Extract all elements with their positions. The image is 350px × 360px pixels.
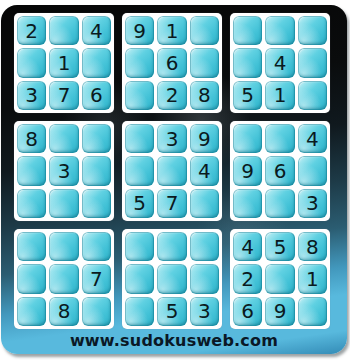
cell-r2c1[interactable]: [17, 48, 46, 77]
cell-r6c6[interactable]: [190, 189, 219, 218]
cell-r5c3[interactable]: [82, 156, 111, 185]
cell-r7c5[interactable]: [157, 232, 186, 261]
block-4: 83: [14, 121, 114, 221]
cell-r9c6[interactable]: 3: [190, 297, 219, 326]
cell-r3c5[interactable]: 2: [157, 81, 186, 110]
block-5: 39457: [122, 121, 222, 221]
cell-r1c9[interactable]: [298, 16, 327, 45]
block-7: 78: [14, 229, 114, 329]
cell-r4c9[interactable]: 4: [298, 124, 327, 153]
cell-r3c4[interactable]: [125, 81, 154, 110]
cell-r7c9[interactable]: 8: [298, 232, 327, 261]
block-6: 4963: [230, 121, 330, 221]
cell-r5c6[interactable]: 4: [190, 156, 219, 185]
cell-r5c7[interactable]: 9: [233, 156, 262, 185]
cell-r4c8[interactable]: [265, 124, 294, 153]
block-2: 91628: [122, 13, 222, 113]
sudoku-grid: 241376916284518339457496378534582169: [14, 13, 330, 329]
cell-r8c5[interactable]: [157, 264, 186, 293]
cell-r7c6[interactable]: [190, 232, 219, 261]
cell-r8c2[interactable]: [49, 264, 78, 293]
cell-r9c7[interactable]: 6: [233, 297, 262, 326]
cell-r5c9[interactable]: [298, 156, 327, 185]
cell-r7c8[interactable]: 5: [265, 232, 294, 261]
cell-r3c2[interactable]: 7: [49, 81, 78, 110]
cell-r4c2[interactable]: [49, 124, 78, 153]
cell-r8c7[interactable]: 2: [233, 264, 262, 293]
cell-r6c9[interactable]: 3: [298, 189, 327, 218]
cell-r1c2[interactable]: [49, 16, 78, 45]
cell-r1c6[interactable]: [190, 16, 219, 45]
cell-r3c8[interactable]: 1: [265, 81, 294, 110]
block-8: 53: [122, 229, 222, 329]
cell-r1c5[interactable]: 1: [157, 16, 186, 45]
cell-r6c1[interactable]: [17, 189, 46, 218]
cell-r2c4[interactable]: [125, 48, 154, 77]
cell-r6c8[interactable]: [265, 189, 294, 218]
sudoku-board: 241376916284518339457496378534582169 www…: [1, 5, 347, 354]
cell-r3c7[interactable]: 5: [233, 81, 262, 110]
cell-r2c2[interactable]: 1: [49, 48, 78, 77]
cell-r1c4[interactable]: 9: [125, 16, 154, 45]
cell-r3c3[interactable]: 6: [82, 81, 111, 110]
cell-r4c3[interactable]: [82, 124, 111, 153]
cell-r7c3[interactable]: [82, 232, 111, 261]
cell-r1c3[interactable]: 4: [82, 16, 111, 45]
cell-r2c7[interactable]: [233, 48, 262, 77]
cell-r3c9[interactable]: [298, 81, 327, 110]
cell-r4c7[interactable]: [233, 124, 262, 153]
cell-r3c6[interactable]: 8: [190, 81, 219, 110]
cell-r7c1[interactable]: [17, 232, 46, 261]
cell-r8c1[interactable]: [17, 264, 46, 293]
cell-r6c2[interactable]: [49, 189, 78, 218]
cell-r7c4[interactable]: [125, 232, 154, 261]
cell-r9c5[interactable]: 5: [157, 297, 186, 326]
block-3: 451: [230, 13, 330, 113]
cell-r5c8[interactable]: 6: [265, 156, 294, 185]
cell-r8c3[interactable]: 7: [82, 264, 111, 293]
cell-r2c8[interactable]: 4: [265, 48, 294, 77]
cell-r5c5[interactable]: [157, 156, 186, 185]
cell-r6c4[interactable]: 5: [125, 189, 154, 218]
cell-r9c4[interactable]: [125, 297, 154, 326]
cell-r9c9[interactable]: [298, 297, 327, 326]
block-1: 241376: [14, 13, 114, 113]
cell-r6c7[interactable]: [233, 189, 262, 218]
cell-r8c8[interactable]: [265, 264, 294, 293]
cell-r8c4[interactable]: [125, 264, 154, 293]
cell-r7c7[interactable]: 4: [233, 232, 262, 261]
cell-r6c5[interactable]: 7: [157, 189, 186, 218]
cell-r9c2[interactable]: 8: [49, 297, 78, 326]
cell-r2c9[interactable]: [298, 48, 327, 77]
cell-r8c9[interactable]: 1: [298, 264, 327, 293]
cell-r9c8[interactable]: 9: [265, 297, 294, 326]
cell-r1c8[interactable]: [265, 16, 294, 45]
page: 241376916284518339457496378534582169 www…: [0, 0, 350, 360]
cell-r2c3[interactable]: [82, 48, 111, 77]
cell-r1c7[interactable]: [233, 16, 262, 45]
cell-r9c3[interactable]: [82, 297, 111, 326]
cell-r5c2[interactable]: 3: [49, 156, 78, 185]
cell-r4c6[interactable]: 9: [190, 124, 219, 153]
cell-r5c4[interactable]: [125, 156, 154, 185]
cell-r5c1[interactable]: [17, 156, 46, 185]
site-url: www.sudokusweb.com: [1, 331, 347, 351]
cell-r3c1[interactable]: 3: [17, 81, 46, 110]
cell-r6c3[interactable]: [82, 189, 111, 218]
cell-r2c6[interactable]: [190, 48, 219, 77]
block-9: 4582169: [230, 229, 330, 329]
cell-r4c4[interactable]: [125, 124, 154, 153]
cell-r4c1[interactable]: 8: [17, 124, 46, 153]
cell-r1c1[interactable]: 2: [17, 16, 46, 45]
cell-r9c1[interactable]: [17, 297, 46, 326]
cell-r7c2[interactable]: [49, 232, 78, 261]
cell-r4c5[interactable]: 3: [157, 124, 186, 153]
cell-r2c5[interactable]: 6: [157, 48, 186, 77]
cell-r8c6[interactable]: [190, 264, 219, 293]
